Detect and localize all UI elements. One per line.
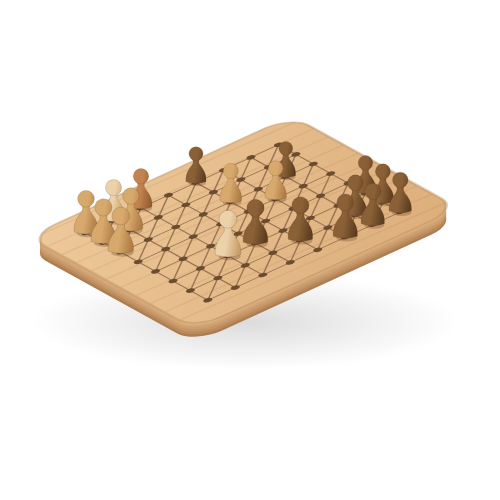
product-photo-board [0,0,500,500]
product-image [0,0,500,500]
